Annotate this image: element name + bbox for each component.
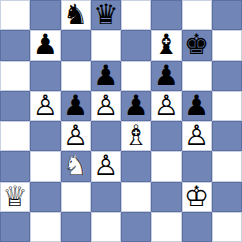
- piece-glyph-fill: ♚: [182, 30, 212, 60]
- square-h8[interactable]: [212, 0, 242, 30]
- square-c1[interactable]: [61, 212, 91, 242]
- square-f7[interactable]: ♝: [151, 30, 181, 60]
- piece-glyph-fill: ♞: [61, 0, 91, 30]
- square-g1[interactable]: [182, 212, 212, 242]
- piece-glyph-outline: ♙: [30, 91, 60, 121]
- square-f6[interactable]: ♟: [151, 61, 181, 91]
- piece-black-bishop[interactable]: ♝: [151, 30, 181, 60]
- square-h1[interactable]: [212, 212, 242, 242]
- square-a6[interactable]: [0, 61, 30, 91]
- piece-white-pawn[interactable]: ♟♙: [61, 121, 91, 151]
- piece-white-pawn[interactable]: ♟♙: [91, 151, 121, 181]
- piece-black-pawn[interactable]: ♟: [151, 61, 181, 91]
- square-d4[interactable]: [91, 121, 121, 151]
- square-d8[interactable]: ♛: [91, 0, 121, 30]
- square-g7[interactable]: ♚: [182, 30, 212, 60]
- piece-white-bishop[interactable]: ♝♗: [121, 121, 151, 151]
- square-e4[interactable]: ♝♗: [121, 121, 151, 151]
- square-a2[interactable]: ♛♕: [0, 182, 30, 212]
- square-b2[interactable]: [30, 182, 60, 212]
- piece-glyph-fill: ♟: [91, 61, 121, 91]
- square-c6[interactable]: [61, 61, 91, 91]
- square-e8[interactable]: [121, 0, 151, 30]
- piece-glyph-outline: ♗: [121, 121, 151, 151]
- piece-black-pawn[interactable]: ♟: [91, 61, 121, 91]
- square-d3[interactable]: ♟♙: [91, 151, 121, 181]
- square-c4[interactable]: ♟♙: [61, 121, 91, 151]
- square-b7[interactable]: ♟: [30, 30, 60, 60]
- square-a3[interactable]: [0, 151, 30, 181]
- square-e6[interactable]: [121, 61, 151, 91]
- piece-white-pawn[interactable]: ♟♙: [182, 121, 212, 151]
- piece-white-queen[interactable]: ♛♕: [0, 182, 30, 212]
- piece-glyph-outline: ♙: [182, 121, 212, 151]
- piece-glyph-fill: ♟: [182, 91, 212, 121]
- piece-glyph-fill: ♟: [151, 61, 181, 91]
- square-d2[interactable]: [91, 182, 121, 212]
- piece-glyph-fill: ♟: [121, 91, 151, 121]
- piece-glyph-fill: ♝: [151, 30, 181, 60]
- square-e5[interactable]: ♟: [121, 91, 151, 121]
- square-h5[interactable]: [212, 91, 242, 121]
- square-a1[interactable]: [0, 212, 30, 242]
- square-g8[interactable]: [182, 0, 212, 30]
- piece-glyph-fill: ♟: [61, 91, 91, 121]
- square-a8[interactable]: [0, 0, 30, 30]
- square-b5[interactable]: ♟♙: [30, 91, 60, 121]
- square-a4[interactable]: [0, 121, 30, 151]
- piece-white-knight[interactable]: ♞♘: [61, 151, 91, 181]
- square-h2[interactable]: [212, 182, 242, 212]
- piece-white-pawn[interactable]: ♟♙: [91, 91, 121, 121]
- square-h4[interactable]: [212, 121, 242, 151]
- piece-glyph-outline: ♙: [151, 91, 181, 121]
- square-g5[interactable]: ♟: [182, 91, 212, 121]
- square-g3[interactable]: [182, 151, 212, 181]
- square-b1[interactable]: [30, 212, 60, 242]
- square-g4[interactable]: ♟♙: [182, 121, 212, 151]
- piece-glyph-outline: ♙: [91, 91, 121, 121]
- piece-black-knight[interactable]: ♞: [61, 0, 91, 30]
- piece-black-king[interactable]: ♚: [182, 30, 212, 60]
- piece-glyph-fill: ♟: [30, 30, 60, 60]
- square-f1[interactable]: [151, 212, 181, 242]
- piece-glyph-outline: ♙: [91, 151, 121, 181]
- piece-black-pawn[interactable]: ♟: [121, 91, 151, 121]
- square-h3[interactable]: [212, 151, 242, 181]
- square-a5[interactable]: [0, 91, 30, 121]
- square-f2[interactable]: [151, 182, 181, 212]
- square-g6[interactable]: [182, 61, 212, 91]
- square-e3[interactable]: [121, 151, 151, 181]
- piece-black-queen[interactable]: ♛: [91, 0, 121, 30]
- square-f3[interactable]: [151, 151, 181, 181]
- chess-board: ♞♛♟♝♚♟♟♟♙♟♟♙♟♟♙♟♟♙♝♗♟♙♞♘♟♙♛♕♚♔: [0, 0, 242, 242]
- square-h7[interactable]: [212, 30, 242, 60]
- piece-glyph-outline: ♕: [0, 182, 30, 212]
- square-b3[interactable]: [30, 151, 60, 181]
- square-b6[interactable]: [30, 61, 60, 91]
- square-h6[interactable]: [212, 61, 242, 91]
- piece-white-pawn[interactable]: ♟♙: [151, 91, 181, 121]
- square-c3[interactable]: ♞♘: [61, 151, 91, 181]
- piece-glyph-outline: ♙: [61, 121, 91, 151]
- square-e7[interactable]: [121, 30, 151, 60]
- square-c8[interactable]: ♞: [61, 0, 91, 30]
- square-e2[interactable]: [121, 182, 151, 212]
- square-g2[interactable]: ♚♔: [182, 182, 212, 212]
- square-d5[interactable]: ♟♙: [91, 91, 121, 121]
- piece-white-king[interactable]: ♚♔: [182, 182, 212, 212]
- square-f5[interactable]: ♟♙: [151, 91, 181, 121]
- square-a7[interactable]: [0, 30, 30, 60]
- square-d6[interactable]: ♟: [91, 61, 121, 91]
- piece-glyph-outline: ♘: [61, 151, 91, 181]
- piece-black-pawn[interactable]: ♟: [61, 91, 91, 121]
- square-e1[interactable]: [121, 212, 151, 242]
- square-b4[interactable]: [30, 121, 60, 151]
- piece-white-pawn[interactable]: ♟♙: [30, 91, 60, 121]
- piece-black-pawn[interactable]: ♟: [182, 91, 212, 121]
- square-d7[interactable]: [91, 30, 121, 60]
- square-c7[interactable]: [61, 30, 91, 60]
- piece-glyph-fill: ♛: [91, 0, 121, 30]
- square-f4[interactable]: [151, 121, 181, 151]
- square-d1[interactable]: [91, 212, 121, 242]
- piece-black-pawn[interactable]: ♟: [30, 30, 60, 60]
- square-f8[interactable]: [151, 0, 181, 30]
- square-c2[interactable]: [61, 182, 91, 212]
- piece-glyph-outline: ♔: [182, 182, 212, 212]
- square-b8[interactable]: [30, 0, 60, 30]
- square-c5[interactable]: ♟: [61, 91, 91, 121]
